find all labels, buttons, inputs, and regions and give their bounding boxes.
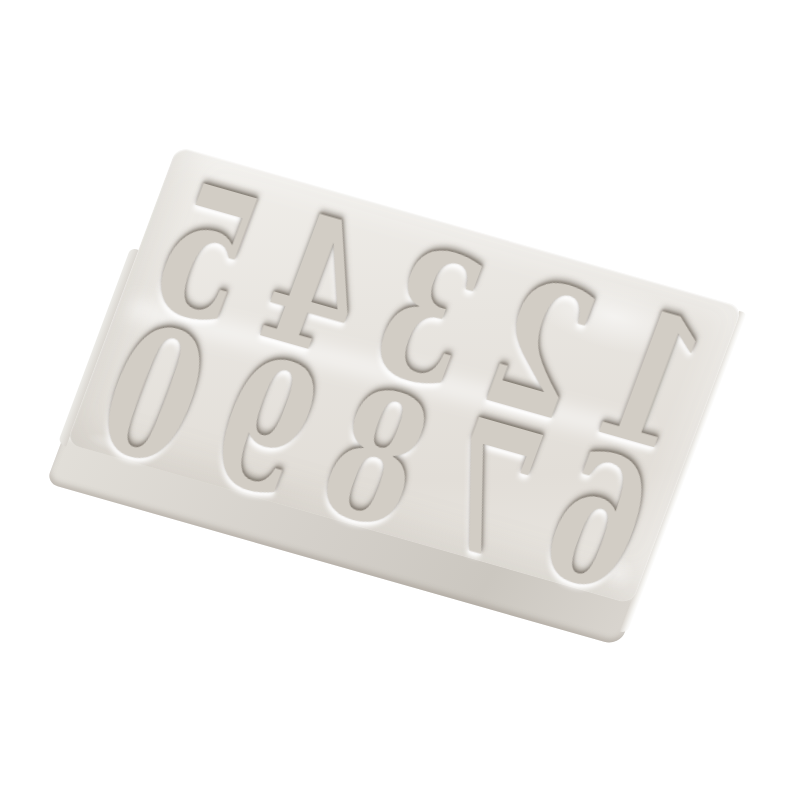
product-photo: 5 4 3 2 1 0 9 xyxy=(0,0,800,800)
silicone-number-mold: 5 4 3 2 1 0 9 xyxy=(66,146,743,605)
mold-top-face: 5 4 3 2 1 0 9 xyxy=(66,146,743,605)
